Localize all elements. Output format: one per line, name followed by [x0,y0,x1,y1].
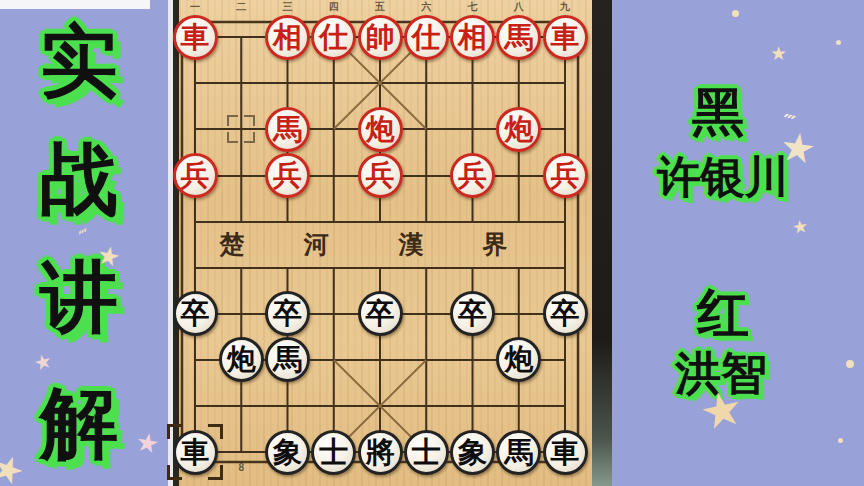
piece-black-general[interactable]: 將 [358,430,403,475]
title-char-4: 解 [40,384,118,462]
top-file-label: 六 [421,2,431,12]
piece-black-soldier[interactable]: 卒 [173,291,218,336]
board-right-dark-edge [592,0,612,486]
black-player-name: 许银川 [657,155,789,199]
thumbnail-page: { "game": "xiangqi", "title_banner": { "… [0,0,864,486]
river-text-chu-he: 楚 河 [220,228,355,261]
piece-red-chariot[interactable]: 車 [173,15,218,60]
piece-black-chariot[interactable]: 車 [173,430,218,475]
piece-char: 將 [366,438,395,467]
piece-red-cannon[interactable]: 炮 [496,107,541,152]
top-file-label: 四 [329,2,339,12]
red-side-label: 红 [697,287,749,339]
piece-char: 卒 [458,299,487,328]
piece-red-general[interactable]: 帥 [358,15,403,60]
title-char-1: 实 [40,22,118,100]
piece-red-soldier[interactable]: 兵 [265,153,310,198]
piece-red-horse[interactable]: 馬 [496,15,541,60]
marker-corner [244,115,255,126]
piece-char: 卒 [551,299,580,328]
top-file-label: 二 [236,2,246,12]
black-side-label: 黑 [692,86,744,138]
piece-black-advisor[interactable]: 士 [404,430,449,475]
piece-red-soldier[interactable]: 兵 [173,153,218,198]
piece-red-soldier[interactable]: 兵 [450,153,495,198]
piece-char: 相 [458,23,487,52]
star-decoration: ★ [791,217,809,237]
piece-char: 炮 [227,345,256,374]
dot-decoration [732,10,739,17]
piece-char: 仕 [412,23,441,52]
top-file-label: 一 [190,2,200,12]
top-file-label: 九 [560,2,570,12]
piece-char: 炮 [504,115,533,144]
piece-char: 馬 [273,345,302,374]
piece-red-horse[interactable]: 馬 [265,107,310,152]
piece-char: 馬 [273,115,302,144]
piece-black-soldier[interactable]: 卒 [265,291,310,336]
piece-black-cannon[interactable]: 炮 [219,337,264,382]
bottom-file-label: 8 [238,463,244,473]
marker-corner [244,132,255,143]
point-marker [227,115,255,143]
top-file-label: 五 [375,2,385,12]
marker-corner [227,115,238,126]
piece-char: 車 [181,438,210,467]
piece-char: 兵 [458,161,487,190]
top-file-label: 七 [468,2,478,12]
star-decoration: ★ [777,126,818,171]
piece-char: 象 [458,438,487,467]
piece-char: 象 [273,438,302,467]
river-text-han-jie: 漢 界 [399,228,534,261]
dot-decoration [838,438,843,443]
piece-red-elephant[interactable]: 相 [265,15,310,60]
piece-char: 卒 [366,299,395,328]
piece-char: 車 [181,23,210,52]
piece-char: 馬 [504,23,533,52]
piece-red-cannon[interactable]: 炮 [358,107,403,152]
piece-char: 士 [319,438,348,467]
piece-char: 兵 [273,161,302,190]
piece-char: 兵 [551,161,580,190]
piece-black-soldier[interactable]: 卒 [450,291,495,336]
piece-char: 相 [273,23,302,52]
piece-red-soldier[interactable]: 兵 [358,153,403,198]
piece-char: 士 [412,438,441,467]
top-file-label: 八 [514,2,524,12]
piece-char: 兵 [181,161,210,190]
piece-char: 馬 [504,438,533,467]
piece-black-soldier[interactable]: 卒 [358,291,403,336]
piece-char: 兵 [366,161,395,190]
dot-decoration [836,40,841,45]
top-file-label: 三 [283,2,293,12]
piece-char: 炮 [366,115,395,144]
piece-black-advisor[interactable]: 士 [311,430,356,475]
top-white-strip [0,0,150,9]
piece-char: 帥 [366,23,395,52]
piece-black-soldier[interactable]: 卒 [543,291,588,336]
piece-char: 炮 [504,345,533,374]
piece-black-elephant[interactable]: 象 [450,430,495,475]
title-char-2: 战 [40,140,118,218]
piece-black-horse[interactable]: 馬 [496,430,541,475]
piece-black-chariot[interactable]: 車 [543,430,588,475]
piece-red-advisor[interactable]: 仕 [311,15,356,60]
marker-corner [227,132,238,143]
piece-red-elephant[interactable]: 相 [450,15,495,60]
star-decoration: ★ [770,44,787,63]
piece-red-advisor[interactable]: 仕 [404,15,449,60]
piece-black-elephant[interactable]: 象 [265,430,310,475]
piece-char: 卒 [181,299,210,328]
piece-char: 仕 [319,23,348,52]
piece-red-soldier[interactable]: 兵 [543,153,588,198]
star-decoration: ★ [134,428,161,458]
piece-red-chariot[interactable]: 車 [543,15,588,60]
piece-char: 車 [551,438,580,467]
xiangqi-board[interactable]: 楚 河 漢 界 一二三四五六七八九 987654321 車相仕帥仕相馬車馬炮炮兵… [168,0,612,486]
dot-decoration [846,360,854,368]
piece-char: 卒 [273,299,302,328]
piece-char: 車 [551,23,580,52]
